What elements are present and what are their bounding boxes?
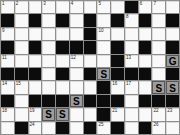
grid-cell[interactable]	[152, 68, 165, 80]
grid-cell[interactable]	[97, 41, 110, 53]
grid-cell[interactable]	[70, 28, 83, 40]
black-cell	[29, 68, 42, 80]
grid-cell[interactable]	[166, 122, 179, 134]
black-cell	[56, 122, 69, 134]
black-cell	[152, 95, 165, 107]
grid-cell[interactable]	[56, 28, 69, 40]
clue-number: 13	[126, 55, 131, 60]
grid-cell[interactable]: 13	[125, 55, 138, 67]
grid-cell[interactable]: 15	[15, 81, 28, 93]
grid-cell[interactable]	[97, 55, 110, 67]
black-cell	[97, 81, 110, 93]
grid-cell[interactable]	[97, 14, 110, 26]
filled-letter: S	[59, 110, 66, 120]
black-cell	[29, 14, 42, 26]
black-cell	[15, 68, 28, 80]
grid-cell[interactable]	[84, 1, 97, 13]
clue-number: 9	[2, 28, 5, 33]
clue-number: 1	[2, 1, 5, 6]
clue-number: 3	[43, 1, 46, 6]
grid-cell[interactable]	[42, 81, 55, 93]
grid-cell[interactable]: 21	[111, 108, 124, 120]
black-cell	[29, 41, 42, 53]
letter-cell[interactable]: S	[166, 81, 179, 93]
grid-cell[interactable]: 7	[152, 1, 165, 13]
grid-cell[interactable]	[152, 14, 165, 26]
grid-cell[interactable]	[56, 81, 69, 93]
filled-letter: S	[100, 70, 107, 80]
grid-cell[interactable]	[42, 122, 55, 134]
grid-cell[interactable]	[125, 95, 138, 107]
grid-cell[interactable]	[70, 68, 83, 80]
grid-cell[interactable]	[42, 41, 55, 53]
grid-cell[interactable]	[56, 55, 69, 67]
letter-cell[interactable]: G	[166, 55, 179, 67]
black-cell	[84, 95, 97, 107]
grid-cell[interactable]: 6	[139, 1, 152, 13]
filled-letter: S	[169, 83, 176, 93]
clue-number: 18	[2, 108, 7, 113]
black-cell	[166, 14, 179, 26]
grid-cell[interactable]	[84, 55, 97, 67]
black-cell	[139, 95, 152, 107]
black-cell	[15, 122, 28, 134]
black-cell	[111, 55, 124, 67]
grid-cell[interactable]	[15, 55, 28, 67]
black-cell	[1, 41, 14, 53]
letter-cell[interactable]: S	[97, 68, 110, 80]
grid-cell[interactable]: 1	[1, 1, 14, 13]
grid-cell[interactable]	[166, 28, 179, 40]
grid-cell[interactable]	[125, 108, 138, 120]
grid-cell[interactable]	[42, 68, 55, 80]
grid-cell[interactable]	[125, 41, 138, 53]
black-cell	[56, 14, 69, 26]
grid-cell[interactable]: 24	[29, 122, 42, 134]
black-cell	[84, 68, 97, 80]
black-cell	[70, 41, 83, 53]
clue-number: 21	[112, 108, 117, 113]
grid-cell[interactable]: 4	[70, 1, 83, 13]
clue-number: 7	[153, 1, 156, 6]
clue-number: 11	[2, 55, 7, 60]
filled-letter: G	[169, 56, 177, 66]
clue-number: 8	[126, 14, 129, 19]
black-cell	[166, 95, 179, 107]
grid-cell[interactable]	[42, 55, 55, 67]
clue-number: 6	[140, 1, 143, 6]
clue-number: 14	[2, 81, 7, 86]
black-cell	[84, 41, 97, 53]
grid-cell[interactable]	[139, 81, 152, 93]
black-cell	[139, 41, 152, 53]
grid-cell[interactable]: 9	[1, 28, 14, 40]
letter-cell[interactable]: S	[42, 108, 55, 120]
black-cell	[42, 95, 55, 107]
black-cell	[111, 41, 124, 53]
grid-cell[interactable]	[42, 14, 55, 26]
grid-cell[interactable]	[152, 41, 165, 53]
grid-cell[interactable]	[84, 108, 97, 120]
black-cell	[97, 108, 110, 120]
grid-cell[interactable]	[152, 55, 165, 67]
black-cell	[56, 95, 69, 107]
clue-number: 25	[98, 122, 103, 127]
grid-cell[interactable]	[15, 95, 28, 107]
grid-cell[interactable]: 10	[97, 28, 110, 40]
black-cell	[111, 14, 124, 26]
grid-cell[interactable]: 17	[125, 81, 138, 93]
clue-number: 16	[112, 81, 117, 86]
grid-cell[interactable]	[139, 55, 152, 67]
grid-cell[interactable]	[125, 28, 138, 40]
grid-cell[interactable]: 5	[97, 1, 110, 13]
grid-cell[interactable]: 25	[97, 122, 110, 134]
filled-letter: S	[45, 110, 52, 120]
crossword-grid: 12345678910111213GS14151617SSS1819SS2122…	[0, 0, 180, 135]
grid-cell[interactable]	[29, 28, 42, 40]
black-cell	[111, 95, 124, 107]
grid-cell[interactable]: 11	[1, 55, 14, 67]
grid-cell[interactable]	[70, 122, 83, 134]
grid-cell[interactable]: 23	[166, 108, 179, 120]
grid-cell[interactable]	[70, 81, 83, 93]
black-cell	[84, 14, 97, 26]
black-cell	[111, 122, 124, 134]
black-cell	[29, 95, 42, 107]
grid-cell[interactable]	[29, 81, 42, 93]
clue-number: 26	[153, 122, 158, 127]
black-cell	[166, 41, 179, 53]
black-cell	[84, 122, 97, 134]
clue-number: 23	[167, 108, 172, 113]
grid-cell[interactable]	[139, 28, 152, 40]
filled-letter: S	[73, 96, 80, 106]
black-cell	[1, 95, 14, 107]
black-cell	[139, 14, 152, 26]
grid-cell[interactable]	[84, 81, 97, 93]
clue-number: 17	[126, 81, 131, 86]
black-cell	[84, 28, 97, 40]
grid-cell[interactable]: 8	[125, 14, 138, 26]
letter-cell[interactable]: S	[152, 81, 165, 93]
grid-cell[interactable]	[29, 1, 42, 13]
grid-cell[interactable]: 12	[70, 55, 83, 67]
clue-number: 12	[71, 55, 76, 60]
black-cell	[1, 14, 14, 26]
letter-cell[interactable]: S	[56, 108, 69, 120]
clue-number: 2	[16, 1, 19, 6]
black-cell	[111, 68, 124, 80]
clue-number: 15	[16, 81, 21, 86]
grid-cell[interactable]	[15, 14, 28, 26]
grid-cell[interactable]	[1, 122, 14, 134]
black-cell	[56, 41, 69, 53]
grid-cell[interactable]	[125, 122, 138, 134]
clue-number: 5	[98, 1, 101, 6]
black-cell	[166, 68, 179, 80]
grid-cell[interactable]: 26	[152, 122, 165, 134]
grid-cell[interactable]: 14	[1, 81, 14, 93]
grid-cell[interactable]	[42, 28, 55, 40]
grid-cell[interactable]: 3	[42, 1, 55, 13]
grid-cell[interactable]	[15, 108, 28, 120]
clue-number: 22	[153, 108, 158, 113]
grid-cell[interactable]	[139, 108, 152, 120]
black-cell	[125, 1, 138, 13]
grid-cell[interactable]	[70, 108, 83, 120]
grid-cell[interactable]	[15, 28, 28, 40]
clue-number: 24	[30, 122, 35, 127]
grid-cell[interactable]: 2	[15, 1, 28, 13]
grid-cell[interactable]	[111, 1, 124, 13]
black-cell	[139, 122, 152, 134]
grid-cell[interactable]	[111, 28, 124, 40]
black-cell	[97, 95, 110, 107]
grid-cell[interactable]: 18	[1, 108, 14, 120]
black-cell	[56, 68, 69, 80]
clue-number: 10	[98, 28, 103, 33]
grid-cell[interactable]	[29, 55, 42, 67]
grid-cell[interactable]: 19	[29, 108, 42, 120]
black-cell	[125, 68, 138, 80]
black-cell	[139, 68, 152, 80]
grid-cell[interactable]	[15, 41, 28, 53]
grid-cell[interactable]: 22	[152, 108, 165, 120]
grid-cell[interactable]: 16	[111, 81, 124, 93]
clue-number: 4	[71, 1, 74, 6]
clue-number: 19	[30, 108, 35, 113]
black-cell	[1, 68, 14, 80]
grid-cell[interactable]	[56, 1, 69, 13]
grid-cell[interactable]	[166, 1, 179, 13]
filled-letter: S	[156, 83, 163, 93]
grid-cell[interactable]	[70, 14, 83, 26]
grid-cell[interactable]	[152, 28, 165, 40]
letter-cell[interactable]: S	[70, 95, 83, 107]
